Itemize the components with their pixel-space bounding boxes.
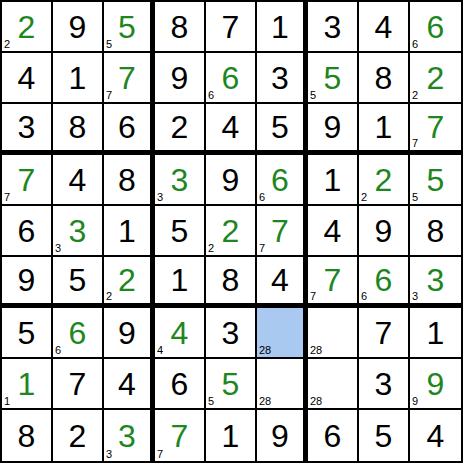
- pencil-marks: 3: [106, 449, 112, 460]
- cell-r9c9[interactable]: 4: [410, 410, 461, 461]
- cell-value: 8: [427, 215, 445, 247]
- cell-value: 3: [69, 215, 87, 247]
- cell-r2c9[interactable]: 22: [410, 53, 461, 104]
- cell-r7c6[interactable]: 28: [257, 308, 308, 359]
- pencil-marks: 2: [361, 192, 367, 203]
- cell-value: 1: [222, 420, 240, 452]
- cell-value: 9: [271, 420, 289, 452]
- cell-value: 8: [171, 11, 189, 43]
- cell-r7c7[interactable]: 28: [308, 308, 359, 359]
- cell-r2c8[interactable]: 8: [359, 53, 410, 104]
- cell-r8c3[interactable]: 4: [104, 359, 155, 410]
- cell-r9c5[interactable]: 1: [206, 410, 257, 461]
- cell-r2c7[interactable]: 55: [308, 53, 359, 104]
- cell-r5c6[interactable]: 77: [257, 206, 308, 257]
- cell-value: 7: [271, 215, 289, 247]
- cell-value: 6: [271, 164, 289, 196]
- sudoku-board: 2295587134664177966355822386245917777483…: [0, 0, 463, 463]
- pencil-marks: 7: [106, 90, 112, 101]
- cell-value: 2: [375, 164, 393, 196]
- cell-r6c1[interactable]: 9: [2, 257, 53, 308]
- cell-value: 2: [118, 264, 136, 296]
- pencil-marks: 28: [259, 396, 271, 407]
- cell-value: 2: [427, 62, 445, 94]
- cell-value: 3: [118, 420, 136, 452]
- cell-r6c3[interactable]: 22: [104, 257, 155, 308]
- cell-r4c3[interactable]: 8: [104, 155, 155, 206]
- cell-value: 4: [271, 264, 289, 296]
- pencil-marks: 2: [4, 39, 10, 50]
- cell-r8c1[interactable]: 11: [2, 359, 53, 410]
- cell-r6c6[interactable]: 4: [257, 257, 308, 308]
- cell-value: 8: [375, 62, 393, 94]
- cell-r4c8[interactable]: 22: [359, 155, 410, 206]
- cell-value: 4: [18, 62, 36, 94]
- cell-value: 5: [375, 420, 393, 452]
- cell-r4c5[interactable]: 9: [206, 155, 257, 206]
- cell-r9c2[interactable]: 2: [53, 410, 104, 461]
- cell-r1c5[interactable]: 7: [206, 2, 257, 53]
- cell-value: 6: [375, 264, 393, 296]
- pencil-marks: 5: [208, 396, 214, 407]
- cell-value: 7: [18, 164, 36, 196]
- cell-r8c2[interactable]: 7: [53, 359, 104, 410]
- cell-value: 6: [69, 317, 87, 349]
- cell-r3c9[interactable]: 77: [410, 104, 461, 155]
- cell-value: 5: [222, 368, 240, 400]
- cell-r1c6[interactable]: 1: [257, 2, 308, 53]
- cell-r4c4[interactable]: 33: [155, 155, 206, 206]
- cell-value: 3: [171, 164, 189, 196]
- cell-r5c4[interactable]: 5: [155, 206, 206, 257]
- pencil-marks: 2: [208, 243, 214, 254]
- pencil-marks: 7: [4, 192, 10, 203]
- cell-value: 4: [427, 420, 445, 452]
- cell-r8c5[interactable]: 55: [206, 359, 257, 410]
- pencil-marks: 28: [259, 345, 271, 356]
- pencil-marks: 9: [412, 396, 418, 407]
- cell-r5c8[interactable]: 9: [359, 206, 410, 257]
- cell-value: 4: [375, 11, 393, 43]
- pencil-marks: 28: [310, 396, 322, 407]
- cell-r8c8[interactable]: 3: [359, 359, 410, 410]
- cell-value: 1: [18, 368, 36, 400]
- cell-r1c2[interactable]: 9: [53, 2, 104, 53]
- cell-r3c3[interactable]: 6: [104, 104, 155, 155]
- cell-r3c7[interactable]: 9: [308, 104, 359, 155]
- cell-value: 4: [222, 111, 240, 143]
- cell-r2c3[interactable]: 77: [104, 53, 155, 104]
- cell-value: 7: [375, 317, 393, 349]
- cell-r3c1[interactable]: 3: [2, 104, 53, 155]
- cell-value: 2: [222, 215, 240, 247]
- cell-value: 7: [171, 420, 189, 452]
- cell-r1c7[interactable]: 3: [308, 2, 359, 53]
- cell-r5c3[interactable]: 1: [104, 206, 155, 257]
- cell-value: 7: [427, 111, 445, 143]
- cell-r5c1[interactable]: 6: [2, 206, 53, 257]
- pencil-marks: 7: [259, 243, 265, 254]
- cell-value: 5: [18, 317, 36, 349]
- cell-r6c7[interactable]: 77: [308, 257, 359, 308]
- cell-value: 6: [324, 420, 342, 452]
- cell-r7c1[interactable]: 5: [2, 308, 53, 359]
- cell-r7c4[interactable]: 44: [155, 308, 206, 359]
- cell-value: 1: [171, 264, 189, 296]
- cell-value: 2: [171, 111, 189, 143]
- cell-r2c1[interactable]: 4: [2, 53, 53, 104]
- cell-value: 1: [324, 164, 342, 196]
- cell-value: 5: [69, 264, 87, 296]
- cell-value: 6: [118, 111, 136, 143]
- cell-value: 9: [118, 317, 136, 349]
- pencil-marks: 3: [412, 291, 418, 302]
- cell-r1c9[interactable]: 66: [410, 2, 461, 53]
- cell-value: 9: [69, 11, 87, 43]
- cell-r3c5[interactable]: 4: [206, 104, 257, 155]
- cell-value: 3: [271, 62, 289, 94]
- cell-r8c7[interactable]: 28: [308, 359, 359, 410]
- cell-value: 1: [69, 62, 87, 94]
- pencil-marks: 6: [259, 192, 265, 203]
- cell-value: 6: [427, 11, 445, 43]
- cell-value: 6: [171, 368, 189, 400]
- cell-value: 5: [118, 11, 136, 43]
- pencil-marks: 7: [310, 291, 316, 302]
- cell-r7c3[interactable]: 9: [104, 308, 155, 359]
- cell-r9c4[interactable]: 77: [155, 410, 206, 461]
- cell-r9c3[interactable]: 33: [104, 410, 155, 461]
- cell-r3c8[interactable]: 1: [359, 104, 410, 155]
- cell-value: 3: [18, 111, 36, 143]
- cell-value: 9: [222, 164, 240, 196]
- cell-r7c2[interactable]: 66: [53, 308, 104, 359]
- cell-r7c8[interactable]: 7: [359, 308, 410, 359]
- cell-r5c7[interactable]: 4: [308, 206, 359, 257]
- cell-value: 3: [375, 368, 393, 400]
- cell-r5c5[interactable]: 22: [206, 206, 257, 257]
- cell-r7c5[interactable]: 3: [206, 308, 257, 359]
- cell-r9c6[interactable]: 9: [257, 410, 308, 461]
- cell-value: 1: [427, 317, 445, 349]
- cell-value: 4: [324, 215, 342, 247]
- cell-r6c8[interactable]: 66: [359, 257, 410, 308]
- cell-r8c9[interactable]: 99: [410, 359, 461, 410]
- cell-r4c2[interactable]: 4: [53, 155, 104, 206]
- cell-value: 5: [171, 215, 189, 247]
- cell-r6c5[interactable]: 8: [206, 257, 257, 308]
- cell-r7c9[interactable]: 1: [410, 308, 461, 359]
- cell-r9c7[interactable]: 6: [308, 410, 359, 461]
- pencil-marks: 6: [208, 90, 214, 101]
- cell-value: 2: [18, 11, 36, 43]
- cell-r3c4[interactable]: 2: [155, 104, 206, 155]
- pencil-marks: 6: [55, 345, 61, 356]
- cell-value: 9: [324, 111, 342, 143]
- cell-value: 3: [222, 317, 240, 349]
- pencil-marks: 28: [310, 345, 322, 356]
- cell-r2c5[interactable]: 66: [206, 53, 257, 104]
- cell-r4c6[interactable]: 66: [257, 155, 308, 206]
- cell-r1c4[interactable]: 8: [155, 2, 206, 53]
- cell-r9c1[interactable]: 8: [2, 410, 53, 461]
- pencil-marks: 6: [361, 291, 367, 302]
- cell-r2c2[interactable]: 1: [53, 53, 104, 104]
- pencil-marks: 6: [412, 39, 418, 50]
- cell-value: 1: [271, 11, 289, 43]
- cell-r8c6[interactable]: 28: [257, 359, 308, 410]
- cell-value: 5: [271, 111, 289, 143]
- cell-r6c2[interactable]: 5: [53, 257, 104, 308]
- cell-value: 6: [222, 62, 240, 94]
- cell-r2c4[interactable]: 9: [155, 53, 206, 104]
- cell-value: 7: [222, 11, 240, 43]
- cell-value: 4: [69, 164, 87, 196]
- cell-r5c9[interactable]: 8: [410, 206, 461, 257]
- cell-value: 6: [18, 215, 36, 247]
- cell-r6c9[interactable]: 33: [410, 257, 461, 308]
- pencil-marks: 7: [157, 449, 163, 460]
- cell-value: 8: [222, 264, 240, 296]
- cell-value: 7: [118, 62, 136, 94]
- pencil-marks: 1: [4, 396, 10, 407]
- cell-value: 5: [427, 164, 445, 196]
- cell-r3c2[interactable]: 8: [53, 104, 104, 155]
- cell-value: 1: [375, 111, 393, 143]
- pencil-marks: 2: [412, 90, 418, 101]
- cell-value: 9: [171, 62, 189, 94]
- cell-r5c2[interactable]: 33: [53, 206, 104, 257]
- pencil-marks: 4: [157, 345, 163, 356]
- cell-r8c4[interactable]: 6: [155, 359, 206, 410]
- pencil-marks: 5: [412, 192, 418, 203]
- cell-value: 9: [375, 215, 393, 247]
- cell-r1c3[interactable]: 55: [104, 2, 155, 53]
- cell-value: 4: [118, 368, 136, 400]
- cell-r2c6[interactable]: 3: [257, 53, 308, 104]
- cell-value: 9: [427, 368, 445, 400]
- cell-value: 5: [324, 62, 342, 94]
- cell-r4c9[interactable]: 55: [410, 155, 461, 206]
- cell-r4c1[interactable]: 77: [2, 155, 53, 206]
- pencil-marks: 5: [310, 90, 316, 101]
- cell-r6c4[interactable]: 1: [155, 257, 206, 308]
- cell-value: 7: [69, 368, 87, 400]
- pencil-marks: 2: [106, 291, 112, 302]
- cell-value: 8: [18, 420, 36, 452]
- cell-value: 7: [324, 264, 342, 296]
- pencil-marks: 7: [412, 138, 418, 149]
- cell-r1c1[interactable]: 22: [2, 2, 53, 53]
- cell-r1c8[interactable]: 4: [359, 2, 410, 53]
- cell-value: 9: [18, 264, 36, 296]
- cell-value: 8: [69, 111, 87, 143]
- pencil-marks: 3: [157, 192, 163, 203]
- cell-r9c8[interactable]: 5: [359, 410, 410, 461]
- cell-value: 8: [118, 164, 136, 196]
- cell-r4c7[interactable]: 1: [308, 155, 359, 206]
- pencil-marks: 5: [106, 39, 112, 50]
- cell-value: 3: [324, 11, 342, 43]
- cell-value: 4: [171, 317, 189, 349]
- cell-value: 2: [69, 420, 87, 452]
- cell-value: 3: [427, 264, 445, 296]
- cell-r3c6[interactable]: 5: [257, 104, 308, 155]
- pencil-marks: 3: [55, 243, 61, 254]
- cell-value: 1: [118, 215, 136, 247]
